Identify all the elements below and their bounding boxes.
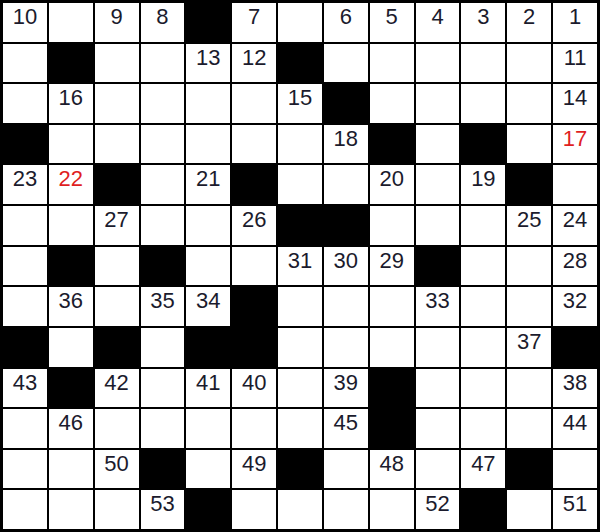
white-cell[interactable] (506, 83, 552, 124)
clue-number: 16 (59, 84, 83, 109)
white-cell[interactable] (460, 205, 506, 246)
white-cell[interactable]: 31 (277, 246, 323, 287)
black-cell (323, 205, 369, 246)
clue-number: 44 (563, 409, 587, 434)
clue-number: 53 (150, 490, 174, 515)
black-cell (231, 164, 277, 205)
clue-number: 24 (563, 206, 587, 231)
clue-number: 7 (248, 3, 260, 28)
white-cell[interactable] (415, 205, 461, 246)
black-cell (140, 246, 186, 287)
white-cell[interactable] (94, 43, 140, 84)
clue-number: 21 (196, 165, 220, 190)
white-cell[interactable]: 14 (552, 83, 598, 124)
white-cell[interactable] (277, 408, 323, 449)
white-cell[interactable] (231, 246, 277, 287)
white-cell[interactable] (140, 164, 186, 205)
white-cell[interactable]: 49 (231, 449, 277, 490)
white-cell[interactable]: 42 (94, 368, 140, 409)
white-cell[interactable]: 30 (323, 246, 369, 287)
white-cell[interactable] (506, 286, 552, 327)
white-cell[interactable]: 16 (48, 83, 94, 124)
clue-number: 34 (196, 287, 220, 312)
clue-number: 28 (563, 247, 587, 272)
black-cell (48, 246, 94, 287)
white-cell[interactable] (415, 164, 461, 205)
white-cell[interactable] (2, 286, 48, 327)
white-cell[interactable]: 52 (415, 489, 461, 530)
black-cell (277, 205, 323, 246)
white-cell[interactable] (140, 327, 186, 368)
white-cell[interactable] (369, 327, 415, 368)
white-cell[interactable] (277, 124, 323, 165)
white-cell[interactable]: 2 (506, 2, 552, 43)
clue-number: 40 (242, 369, 266, 394)
white-cell[interactable]: 33 (415, 286, 461, 327)
clue-number: 1 (569, 3, 581, 28)
white-cell[interactable]: 41 (185, 368, 231, 409)
white-cell[interactable]: 15 (277, 83, 323, 124)
white-cell[interactable]: 17 (552, 124, 598, 165)
white-cell[interactable] (185, 408, 231, 449)
white-cell[interactable] (140, 205, 186, 246)
black-cell (185, 489, 231, 530)
white-cell[interactable] (369, 205, 415, 246)
black-cell (460, 124, 506, 165)
white-cell[interactable]: 28 (552, 246, 598, 287)
clue-number: 19 (471, 165, 495, 190)
white-cell[interactable] (460, 286, 506, 327)
black-cell (369, 124, 415, 165)
white-cell[interactable]: 5 (369, 2, 415, 43)
clue-number: 3 (477, 3, 489, 28)
clue-number: 25 (517, 206, 541, 231)
white-cell[interactable] (140, 83, 186, 124)
clue-number: 43 (13, 369, 37, 394)
white-cell[interactable] (369, 43, 415, 84)
white-cell[interactable] (2, 408, 48, 449)
clue-number: 26 (242, 206, 266, 231)
white-cell[interactable] (415, 449, 461, 490)
clue-number: 18 (334, 125, 358, 150)
white-cell[interactable] (460, 246, 506, 287)
white-cell[interactable]: 35 (140, 286, 186, 327)
clue-number: 32 (563, 287, 587, 312)
clue-number: 9 (110, 3, 122, 28)
white-cell[interactable] (2, 489, 48, 530)
black-cell (506, 449, 552, 490)
clue-number: 6 (340, 3, 352, 28)
clue-number: 33 (425, 287, 449, 312)
black-cell (369, 368, 415, 409)
white-cell[interactable] (2, 205, 48, 246)
white-cell[interactable] (506, 368, 552, 409)
white-cell[interactable] (506, 43, 552, 84)
white-cell[interactable]: 18 (323, 124, 369, 165)
clue-number: 47 (471, 450, 495, 475)
clue-number: 52 (425, 490, 449, 515)
black-cell (48, 43, 94, 84)
white-cell[interactable] (48, 2, 94, 43)
white-cell[interactable]: 21 (185, 164, 231, 205)
clue-number: 50 (104, 450, 128, 475)
clue-number: 46 (59, 409, 83, 434)
white-cell[interactable] (94, 286, 140, 327)
white-cell[interactable] (140, 43, 186, 84)
clue-number: 48 (379, 450, 403, 475)
white-cell[interactable]: 4 (415, 2, 461, 43)
white-cell[interactable]: 20 (369, 164, 415, 205)
black-cell (185, 327, 231, 368)
clue-number: 14 (563, 84, 587, 109)
black-cell (185, 2, 231, 43)
clue-number: 45 (334, 409, 358, 434)
white-cell[interactable]: 11 (552, 43, 598, 84)
black-cell (460, 489, 506, 530)
white-cell[interactable]: 36 (48, 286, 94, 327)
white-cell[interactable] (460, 327, 506, 368)
white-cell[interactable]: 22 (48, 164, 94, 205)
black-cell (2, 124, 48, 165)
white-cell[interactable] (48, 489, 94, 530)
white-cell[interactable] (140, 368, 186, 409)
white-cell[interactable] (323, 327, 369, 368)
white-cell[interactable]: 51 (552, 489, 598, 530)
clue-number: 10 (13, 3, 37, 28)
white-cell[interactable] (323, 489, 369, 530)
white-cell[interactable] (552, 164, 598, 205)
white-cell[interactable]: 7 (231, 2, 277, 43)
white-cell[interactable] (277, 286, 323, 327)
white-cell[interactable] (277, 368, 323, 409)
white-cell[interactable]: 19 (460, 164, 506, 205)
white-cell[interactable] (94, 489, 140, 530)
white-cell[interactable]: 44 (552, 408, 598, 449)
white-cell[interactable] (323, 449, 369, 490)
white-cell[interactable] (369, 489, 415, 530)
white-cell[interactable]: 50 (94, 449, 140, 490)
white-cell[interactable]: 34 (185, 286, 231, 327)
clue-number: 51 (563, 490, 587, 515)
white-cell[interactable] (94, 124, 140, 165)
white-cell[interactable] (369, 286, 415, 327)
white-cell[interactable] (185, 124, 231, 165)
white-cell[interactable]: 23 (2, 164, 48, 205)
white-cell[interactable] (415, 43, 461, 84)
white-cell[interactable]: 39 (323, 368, 369, 409)
white-cell[interactable] (140, 408, 186, 449)
clue-number: 35 (150, 287, 174, 312)
white-cell[interactable] (369, 83, 415, 124)
white-cell[interactable] (94, 246, 140, 287)
clue-number: 42 (104, 369, 128, 394)
white-cell[interactable] (185, 246, 231, 287)
clue-number: 8 (156, 3, 168, 28)
white-cell[interactable] (94, 408, 140, 449)
clue-number: 41 (196, 369, 220, 394)
clue-number: 27 (104, 206, 128, 231)
white-cell[interactable] (231, 489, 277, 530)
black-cell (94, 327, 140, 368)
black-cell (48, 368, 94, 409)
white-cell[interactable]: 53 (140, 489, 186, 530)
black-cell (231, 327, 277, 368)
clue-number: 23 (13, 165, 37, 190)
white-cell[interactable]: 46 (48, 408, 94, 449)
white-cell[interactable]: 25 (506, 205, 552, 246)
clue-number: 29 (379, 247, 403, 272)
white-cell[interactable]: 26 (231, 205, 277, 246)
clue-number: 15 (288, 84, 312, 109)
white-cell[interactable]: 12 (231, 43, 277, 84)
white-cell[interactable] (415, 408, 461, 449)
white-cell[interactable] (48, 449, 94, 490)
white-cell[interactable]: 6 (323, 2, 369, 43)
white-cell[interactable] (506, 246, 552, 287)
white-cell[interactable] (552, 449, 598, 490)
white-cell[interactable] (323, 286, 369, 327)
white-cell[interactable]: 13 (185, 43, 231, 84)
white-cell[interactable] (460, 408, 506, 449)
crossword-grid: 1098765432113121116151418172322212019272… (0, 0, 600, 532)
black-cell (140, 449, 186, 490)
white-cell[interactable] (460, 368, 506, 409)
clue-number: 31 (288, 247, 312, 272)
black-cell (506, 164, 552, 205)
white-cell[interactable]: 47 (460, 449, 506, 490)
black-cell (323, 83, 369, 124)
white-cell[interactable]: 29 (369, 246, 415, 287)
white-cell[interactable] (415, 124, 461, 165)
black-cell (415, 246, 461, 287)
clue-number: 37 (517, 328, 541, 353)
white-cell[interactable] (185, 449, 231, 490)
clue-number: 49 (242, 450, 266, 475)
black-cell (552, 327, 598, 368)
clue-number: 36 (59, 287, 83, 312)
white-cell[interactable] (460, 43, 506, 84)
white-cell[interactable] (231, 408, 277, 449)
white-cell[interactable] (185, 83, 231, 124)
white-cell[interactable] (140, 124, 186, 165)
clue-number: 39 (334, 369, 358, 394)
white-cell[interactable]: 37 (506, 327, 552, 368)
white-cell[interactable] (277, 327, 323, 368)
white-cell[interactable]: 8 (140, 2, 186, 43)
white-cell[interactable]: 38 (552, 368, 598, 409)
white-cell[interactable] (2, 246, 48, 287)
white-cell[interactable]: 40 (231, 368, 277, 409)
white-cell[interactable] (231, 124, 277, 165)
white-cell[interactable] (460, 83, 506, 124)
white-cell[interactable] (231, 83, 277, 124)
clue-number: 20 (379, 165, 403, 190)
black-cell (94, 164, 140, 205)
clue-number: 38 (563, 369, 587, 394)
clue-number: 2 (523, 3, 535, 28)
white-cell[interactable] (2, 449, 48, 490)
clue-number-highlighted: 22 (59, 165, 83, 190)
white-cell[interactable] (48, 124, 94, 165)
white-cell[interactable] (185, 205, 231, 246)
clue-number: 5 (386, 3, 398, 28)
clue-number: 4 (431, 3, 443, 28)
white-cell[interactable] (506, 489, 552, 530)
black-cell (369, 408, 415, 449)
white-cell[interactable]: 45 (323, 408, 369, 449)
white-cell[interactable] (506, 124, 552, 165)
white-cell[interactable]: 9 (94, 2, 140, 43)
white-cell[interactable]: 32 (552, 286, 598, 327)
white-cell[interactable]: 10 (2, 2, 48, 43)
white-cell[interactable]: 3 (460, 2, 506, 43)
white-cell[interactable] (2, 83, 48, 124)
black-cell (231, 286, 277, 327)
clue-number: 12 (242, 44, 266, 69)
black-cell (277, 449, 323, 490)
white-cell[interactable]: 27 (94, 205, 140, 246)
white-cell[interactable] (506, 408, 552, 449)
black-cell (2, 327, 48, 368)
white-cell[interactable] (277, 2, 323, 43)
clue-number: 11 (564, 44, 587, 69)
clue-number: 13 (196, 44, 220, 69)
white-cell[interactable] (48, 205, 94, 246)
white-cell[interactable] (415, 83, 461, 124)
white-cell[interactable] (48, 327, 94, 368)
white-cell[interactable] (277, 489, 323, 530)
white-cell[interactable]: 1 (552, 2, 598, 43)
white-cell[interactable] (94, 83, 140, 124)
white-cell[interactable] (415, 368, 461, 409)
white-cell[interactable] (277, 164, 323, 205)
black-cell (277, 43, 323, 84)
white-cell[interactable]: 48 (369, 449, 415, 490)
white-cell[interactable] (323, 43, 369, 84)
white-cell[interactable] (2, 43, 48, 84)
white-cell[interactable]: 43 (2, 368, 48, 409)
clue-number: 30 (334, 247, 358, 272)
white-cell[interactable] (323, 164, 369, 205)
white-cell[interactable] (415, 327, 461, 368)
clue-number-highlighted: 17 (563, 125, 587, 150)
white-cell[interactable]: 24 (552, 205, 598, 246)
